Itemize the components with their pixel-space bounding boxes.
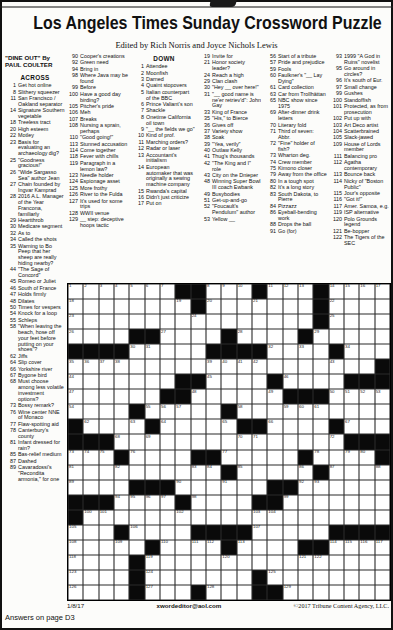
grid-cell[interactable] (313, 510, 328, 525)
grid-cell[interactable]: 50 (329, 389, 344, 404)
grid-cell[interactable] (175, 540, 190, 555)
grid-cell[interactable]: 89 (68, 480, 83, 495)
grid-cell[interactable] (375, 480, 390, 495)
grid-cell[interactable] (298, 299, 313, 314)
grid-cell[interactable] (313, 495, 328, 510)
grid-cell[interactable] (206, 510, 221, 525)
grid-cell[interactable] (99, 389, 114, 404)
grid-cell[interactable] (206, 404, 221, 419)
grid-cell[interactable] (237, 480, 252, 495)
grid-cell[interactable]: 95 (129, 495, 144, 510)
grid-cell[interactable]: 51 (344, 389, 359, 404)
grid-cell[interactable] (283, 359, 298, 374)
grid-cell[interactable] (114, 480, 129, 495)
grid-cell[interactable] (206, 570, 221, 585)
grid-cell[interactable] (375, 344, 390, 359)
grid-cell[interactable]: 18 (68, 299, 83, 314)
grid-cell[interactable]: 117 (375, 540, 390, 555)
grid-cell[interactable] (129, 465, 144, 480)
grid-cell[interactable] (359, 480, 374, 495)
grid-cell[interactable] (283, 525, 298, 540)
grid-cell[interactable] (283, 329, 298, 344)
grid-cell[interactable]: 72 (329, 434, 344, 449)
grid-cell[interactable]: 38 (114, 359, 129, 374)
grid-cell[interactable]: 75 (99, 450, 114, 465)
grid-cell[interactable] (344, 585, 359, 600)
grid-cell[interactable]: 74 (83, 450, 98, 465)
grid-cell[interactable] (206, 434, 221, 449)
grid-cell[interactable] (175, 419, 190, 434)
grid-cell[interactable] (329, 450, 344, 465)
grid-cell[interactable]: 2 (83, 284, 98, 299)
grid-cell[interactable] (160, 585, 175, 600)
grid-cell[interactable]: 102 (175, 510, 190, 525)
grid-cell[interactable] (344, 465, 359, 480)
grid-cell[interactable] (83, 314, 98, 329)
grid-cell[interactable] (175, 359, 190, 374)
grid-cell[interactable] (83, 540, 98, 555)
grid-cell[interactable] (99, 419, 114, 434)
grid-cell[interactable] (114, 419, 129, 434)
grid-cell[interactable] (160, 570, 175, 585)
grid-cell[interactable] (375, 404, 390, 419)
grid-cell[interactable]: 48 (191, 389, 206, 404)
grid-cell[interactable] (99, 525, 114, 540)
grid-cell[interactable] (83, 329, 98, 344)
grid-cell[interactable] (329, 570, 344, 585)
grid-cell[interactable] (160, 525, 175, 540)
grid-cell[interactable] (160, 555, 175, 570)
grid-cell[interactable] (99, 540, 114, 555)
grid-cell[interactable]: 124 (145, 570, 160, 585)
grid-cell[interactable]: 119 (145, 555, 160, 570)
grid-cell[interactable]: 66 (267, 419, 282, 434)
grid-cell[interactable] (191, 480, 206, 495)
grid-cell[interactable] (298, 525, 313, 540)
grid-cell[interactable] (283, 419, 298, 434)
grid-cell[interactable] (191, 555, 206, 570)
grid-cell[interactable] (83, 525, 98, 540)
grid-cell[interactable] (114, 585, 129, 600)
grid-cell[interactable]: 21 (252, 299, 267, 314)
grid-cell[interactable] (283, 314, 298, 329)
grid-cell[interactable] (329, 329, 344, 344)
grid-cell[interactable] (237, 389, 252, 404)
grid-cell[interactable]: 93 (313, 480, 328, 495)
grid-cell[interactable] (298, 314, 313, 329)
grid-cell[interactable]: 26 (68, 329, 83, 344)
grid-cell[interactable] (191, 510, 206, 525)
grid-cell[interactable] (145, 465, 160, 480)
grid-cell[interactable] (313, 570, 328, 585)
grid-cell[interactable] (375, 419, 390, 434)
grid-cell[interactable]: 31 (145, 344, 160, 359)
grid-cell[interactable]: 121 (298, 555, 313, 570)
grid-cell[interactable] (83, 389, 98, 404)
grid-cell[interactable]: 39 (206, 359, 221, 374)
grid-cell[interactable] (114, 510, 129, 525)
grid-cell[interactable] (114, 555, 129, 570)
grid-cell[interactable]: 114 (329, 540, 344, 555)
grid-cell[interactable] (267, 540, 282, 555)
grid-cell[interactable] (99, 480, 114, 495)
grid-cell[interactable]: 5 (129, 284, 144, 299)
grid-cell[interactable] (206, 389, 221, 404)
grid-cell[interactable] (298, 495, 313, 510)
grid-cell[interactable]: 108 (68, 540, 83, 555)
grid-cell[interactable]: 128 (206, 585, 221, 600)
grid-cell[interactable]: 64 (160, 419, 175, 434)
grid-cell[interactable] (221, 570, 236, 585)
grid-cell[interactable]: 63 (129, 419, 144, 434)
grid-cell[interactable] (83, 555, 98, 570)
grid-cell[interactable] (99, 314, 114, 329)
grid-cell[interactable] (252, 314, 267, 329)
grid-cell[interactable]: 10 (237, 284, 252, 299)
grid-cell[interactable] (99, 585, 114, 600)
grid-cell[interactable]: 22 (329, 299, 344, 314)
grid-cell[interactable] (298, 434, 313, 449)
grid-cell[interactable]: 98 (191, 495, 206, 510)
grid-cell[interactable] (114, 329, 129, 344)
grid-cell[interactable]: 120 (221, 555, 236, 570)
grid-cell[interactable] (99, 299, 114, 314)
grid-cell[interactable]: 101 (99, 510, 114, 525)
grid-cell[interactable] (359, 344, 374, 359)
grid-cell[interactable] (344, 359, 359, 374)
grid-cell[interactable] (160, 314, 175, 329)
grid-cell[interactable]: 122 (313, 555, 328, 570)
grid-cell[interactable]: 24 (191, 314, 206, 329)
grid-cell[interactable] (191, 344, 206, 359)
grid-cell[interactable] (283, 510, 298, 525)
grid-cell[interactable] (252, 540, 267, 555)
grid-cell[interactable] (99, 555, 114, 570)
grid-cell[interactable] (237, 570, 252, 585)
grid-cell[interactable] (313, 359, 328, 374)
grid-cell[interactable] (114, 404, 129, 419)
grid-cell[interactable]: 126 (68, 585, 83, 600)
grid-cell[interactable] (375, 555, 390, 570)
grid-cell[interactable] (344, 404, 359, 419)
grid-cell[interactable] (329, 555, 344, 570)
grid-cell[interactable]: 28 (237, 329, 252, 344)
grid-cell[interactable]: 87 (329, 465, 344, 480)
grid-cell[interactable] (83, 374, 98, 389)
grid-cell[interactable] (221, 389, 236, 404)
grid-cell[interactable] (359, 419, 374, 434)
grid-cell[interactable] (175, 329, 190, 344)
grid-cell[interactable]: 15 (344, 284, 359, 299)
grid-cell[interactable] (160, 450, 175, 465)
grid-cell[interactable]: 3 (99, 284, 114, 299)
grid-cell[interactable] (145, 314, 160, 329)
grid-cell[interactable]: 115 (344, 540, 359, 555)
grid-cell[interactable] (375, 510, 390, 525)
grid-cell[interactable] (237, 555, 252, 570)
grid-cell[interactable] (160, 344, 175, 359)
grid-cell[interactable] (145, 389, 160, 404)
grid-cell[interactable] (344, 570, 359, 585)
grid-cell[interactable] (252, 329, 267, 344)
grid-cell[interactable]: 94 (114, 495, 129, 510)
grid-cell[interactable]: 61 (313, 404, 328, 419)
grid-cell[interactable] (83, 299, 98, 314)
grid-cell[interactable]: 96 (145, 495, 160, 510)
grid-cell[interactable]: 107 (252, 525, 267, 540)
grid-cell[interactable] (313, 419, 328, 434)
grid-cell[interactable] (206, 329, 221, 344)
grid-cell[interactable] (237, 510, 252, 525)
grid-cell[interactable] (206, 495, 221, 510)
grid-cell[interactable]: 91 (221, 480, 236, 495)
grid-cell[interactable] (191, 570, 206, 585)
grid-cell[interactable] (175, 450, 190, 465)
grid-cell[interactable] (313, 585, 328, 600)
grid-cell[interactable] (359, 314, 374, 329)
grid-cell[interactable] (83, 570, 98, 585)
grid-cell[interactable] (206, 480, 221, 495)
grid-cell[interactable] (252, 555, 267, 570)
grid-cell[interactable] (237, 299, 252, 314)
grid-cell[interactable] (175, 570, 190, 585)
grid-cell[interactable] (160, 465, 175, 480)
grid-cell[interactable] (160, 299, 175, 314)
grid-cell[interactable] (375, 329, 390, 344)
grid-cell[interactable]: 77 (221, 450, 236, 465)
grid-cell[interactable] (129, 359, 144, 374)
grid-cell[interactable] (221, 434, 236, 449)
grid-cell[interactable] (359, 585, 374, 600)
grid-cell[interactable]: 55 (145, 404, 160, 419)
grid-cell[interactable]: 60 (298, 404, 313, 419)
grid-cell[interactable] (344, 555, 359, 570)
grid-cell[interactable]: 29 (313, 329, 328, 344)
grid-cell[interactable]: 92 (298, 480, 313, 495)
grid-cell[interactable] (267, 329, 282, 344)
grid-cell[interactable] (145, 450, 160, 465)
grid-cell[interactable] (375, 570, 390, 585)
grid-cell[interactable]: 34 (344, 344, 359, 359)
grid-cell[interactable] (298, 510, 313, 525)
grid-cell[interactable]: 129 (283, 585, 298, 600)
grid-cell[interactable]: 76 (129, 450, 144, 465)
grid-cell[interactable] (298, 359, 313, 374)
grid-cell[interactable] (267, 359, 282, 374)
grid-cell[interactable] (283, 555, 298, 570)
grid-cell[interactable]: 14 (329, 284, 344, 299)
grid-cell[interactable]: 62 (83, 419, 98, 434)
grid-cell[interactable] (83, 465, 98, 480)
grid-cell[interactable] (206, 555, 221, 570)
grid-cell[interactable] (252, 480, 267, 495)
grid-cell[interactable] (114, 570, 129, 585)
grid-cell[interactable] (99, 404, 114, 419)
grid-cell[interactable]: 19 (175, 299, 190, 314)
grid-cell[interactable] (206, 419, 221, 434)
grid-cell[interactable]: 20 (206, 299, 221, 314)
grid-cell[interactable] (145, 510, 160, 525)
grid-cell[interactable] (221, 299, 236, 314)
grid-cell[interactable]: 86 (298, 465, 313, 480)
grid-cell[interactable] (313, 525, 328, 540)
grid-cell[interactable]: 41 (237, 359, 252, 374)
grid-cell[interactable] (375, 299, 390, 314)
grid-cell[interactable] (267, 525, 282, 540)
grid-cell[interactable] (237, 314, 252, 329)
grid-cell[interactable]: 112 (206, 540, 221, 555)
grid-cell[interactable] (252, 465, 267, 480)
grid-cell[interactable] (283, 465, 298, 480)
grid-cell[interactable] (160, 359, 175, 374)
grid-cell[interactable] (359, 329, 374, 344)
grid-cell[interactable] (114, 389, 129, 404)
grid-cell[interactable]: 82 (114, 465, 129, 480)
grid-cell[interactable]: 42 (252, 359, 267, 374)
grid-cell[interactable]: 104 (267, 510, 282, 525)
grid-cell[interactable] (267, 404, 282, 419)
grid-cell[interactable] (145, 359, 160, 374)
grid-cell[interactable] (221, 510, 236, 525)
grid-cell[interactable] (313, 344, 328, 359)
grid-cell[interactable] (129, 374, 144, 389)
grid-cell[interactable] (237, 450, 252, 465)
grid-cell[interactable]: 109 (114, 540, 129, 555)
grid-cell[interactable] (283, 299, 298, 314)
grid-cell[interactable] (114, 314, 129, 329)
grid-cell[interactable]: 43 (329, 359, 344, 374)
grid-cell[interactable] (298, 585, 313, 600)
grid-cell[interactable]: 127 (145, 585, 160, 600)
grid-cell[interactable] (175, 344, 190, 359)
grid-cell[interactable]: 6 (145, 284, 160, 299)
grid-cell[interactable]: 83 (191, 465, 206, 480)
grid-cell[interactable] (145, 525, 160, 540)
grid-cell[interactable] (359, 299, 374, 314)
grid-cell[interactable] (99, 465, 114, 480)
grid-cell[interactable] (359, 465, 374, 480)
grid-cell[interactable] (175, 314, 190, 329)
grid-cell[interactable]: 1 (68, 284, 83, 299)
grid-cell[interactable]: 90 (175, 480, 190, 495)
grid-cell[interactable] (252, 450, 267, 465)
grid-cell[interactable] (298, 419, 313, 434)
grid-cell[interactable]: 52 (359, 389, 374, 404)
grid-cell[interactable]: 97 (160, 495, 175, 510)
grid-cell[interactable] (191, 419, 206, 434)
grid-cell[interactable] (359, 359, 374, 374)
grid-cell[interactable] (99, 570, 114, 585)
grid-cell[interactable] (175, 555, 190, 570)
grid-cell[interactable]: 58 (237, 404, 252, 419)
grid-cell[interactable] (221, 374, 236, 389)
grid-cell[interactable]: 11 (267, 284, 282, 299)
grid-cell[interactable] (267, 465, 282, 480)
grid-cell[interactable] (359, 555, 374, 570)
grid-cell[interactable]: 116 (359, 540, 374, 555)
grid-cell[interactable]: 105 (68, 525, 83, 540)
grid-cell[interactable] (283, 434, 298, 449)
grid-cell[interactable]: 68 (114, 434, 129, 449)
grid-cell[interactable]: 71 (252, 434, 267, 449)
grid-cell[interactable] (283, 450, 298, 465)
grid-cell[interactable]: 53 (375, 389, 390, 404)
grid-cell[interactable]: 67 (344, 419, 359, 434)
grid-cell[interactable]: 57 (175, 404, 190, 419)
grid-cell[interactable] (267, 555, 282, 570)
grid-cell[interactable]: 81 (68, 465, 83, 480)
grid-cell[interactable] (283, 570, 298, 585)
grid-cell[interactable] (129, 510, 144, 525)
grid-cell[interactable] (298, 570, 313, 585)
grid-cell[interactable] (175, 585, 190, 600)
grid-cell[interactable] (252, 374, 267, 389)
grid-cell[interactable]: 9 (221, 284, 236, 299)
grid-cell[interactable] (129, 434, 144, 449)
grid-cell[interactable] (160, 510, 175, 525)
grid-cell[interactable] (129, 299, 144, 314)
grid-cell[interactable]: 32 (267, 344, 282, 359)
grid-cell[interactable] (145, 374, 160, 389)
grid-cell[interactable]: 17 (375, 284, 390, 299)
grid-cell[interactable] (375, 495, 390, 510)
grid-cell[interactable]: 16 (359, 284, 374, 299)
grid-cell[interactable] (344, 510, 359, 525)
grid-cell[interactable]: 99 (283, 495, 298, 510)
grid-cell[interactable] (83, 404, 98, 419)
grid-cell[interactable] (175, 434, 190, 449)
grid-cell[interactable] (114, 299, 129, 314)
grid-cell[interactable] (344, 299, 359, 314)
grid-cell[interactable]: 37 (99, 359, 114, 374)
grid-cell[interactable] (237, 374, 252, 389)
grid-cell[interactable]: 36 (83, 359, 98, 374)
grid-cell[interactable] (313, 374, 328, 389)
grid-cell[interactable] (237, 495, 252, 510)
grid-cell[interactable]: 80 (359, 450, 374, 465)
grid-cell[interactable]: 85 (237, 465, 252, 480)
grid-cell[interactable]: 100 (83, 510, 98, 525)
grid-cell[interactable] (329, 374, 344, 389)
grid-cell[interactable] (191, 434, 206, 449)
grid-cell[interactable] (83, 585, 98, 600)
grid-cell[interactable] (329, 480, 344, 495)
grid-cell[interactable] (175, 465, 190, 480)
grid-cell[interactable] (191, 359, 206, 374)
grid-cell[interactable]: 79 (344, 450, 359, 465)
grid-cell[interactable]: 69 (145, 434, 160, 449)
grid-cell[interactable]: 103 (252, 510, 267, 525)
grid-cell[interactable] (329, 585, 344, 600)
grid-cell[interactable] (329, 495, 344, 510)
grid-cell[interactable] (160, 434, 175, 449)
grid-cell[interactable] (375, 314, 390, 329)
grid-cell[interactable] (375, 585, 390, 600)
grid-cell[interactable] (344, 480, 359, 495)
grid-cell[interactable] (191, 329, 206, 344)
grid-cell[interactable]: 47 (68, 389, 83, 404)
grid-cell[interactable] (252, 404, 267, 419)
grid-cell[interactable] (114, 374, 129, 389)
grid-cell[interactable] (99, 374, 114, 389)
grid-cell[interactable] (267, 434, 282, 449)
grid-cell[interactable]: 56 (160, 404, 175, 419)
grid-cell[interactable]: 65 (221, 419, 236, 434)
grid-cell[interactable] (129, 314, 144, 329)
grid-cell[interactable] (283, 540, 298, 555)
grid-cell[interactable] (267, 450, 282, 465)
grid-cell[interactable] (191, 404, 206, 419)
